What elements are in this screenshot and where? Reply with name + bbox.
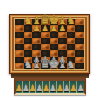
square-f7[interactable]: ♟ bbox=[58, 25, 67, 31]
gold-pawn-c7[interactable]: ♟ bbox=[33, 25, 40, 33]
silver-knight-g1[interactable]: ♞ bbox=[67, 60, 76, 70]
chess-board[interactable]: ♞♝♛♚♝♞♟♟♟♟♟♟♟♟♞♝♛♚♝♞ bbox=[14, 18, 85, 70]
square-f1[interactable]: ♝ bbox=[58, 63, 67, 69]
drawer-slot-10[interactable]: ♟ bbox=[77, 81, 84, 93]
drawer-slot-8[interactable]: ♟ bbox=[64, 81, 71, 93]
square-h1[interactable] bbox=[75, 63, 84, 69]
drawer-slots: ♟♟♟♟♟♟♟♟♟♟ bbox=[16, 81, 84, 93]
drawer-slot-5[interactable]: ♟ bbox=[43, 81, 50, 93]
drawer-slot-9[interactable]: ♟ bbox=[70, 81, 77, 93]
drawer-slot-2[interactable]: ♟ bbox=[23, 81, 30, 93]
drawer-piece-silver: ♟ bbox=[64, 84, 71, 93]
square-g1[interactable]: ♞ bbox=[67, 63, 76, 69]
drawer-slot-7[interactable]: ♟ bbox=[57, 81, 64, 93]
gold-pawn-e7[interactable]: ♟ bbox=[50, 25, 57, 33]
drawer-piece-gold: ♟ bbox=[43, 84, 50, 93]
board-frame: ♞♝♛♚♝♞♟♟♟♟♟♟♟♟♞♝♛♚♝♞ bbox=[9, 14, 90, 74]
drawer-piece-gold: ♟ bbox=[70, 84, 77, 93]
drawer-piece-silver: ♟ bbox=[77, 84, 84, 93]
drawer-slot-1[interactable]: ♟ bbox=[16, 81, 23, 93]
square-e7[interactable]: ♟ bbox=[50, 25, 59, 31]
square-c7[interactable]: ♟ bbox=[32, 25, 41, 31]
gold-pawn-f7[interactable]: ♟ bbox=[59, 25, 66, 33]
drawer-slot-3[interactable]: ♟ bbox=[30, 81, 37, 93]
gold-pawn-d7[interactable]: ♟ bbox=[42, 25, 49, 33]
drawer-piece-silver: ♟ bbox=[50, 84, 57, 93]
square-a1[interactable] bbox=[15, 63, 24, 69]
drawer-piece-gold: ♟ bbox=[30, 84, 37, 93]
drawer-piece-gold: ♟ bbox=[57, 84, 64, 93]
drawer-piece-gold: ♟ bbox=[16, 84, 23, 93]
drawer-slot-6[interactable]: ♟ bbox=[50, 81, 57, 93]
drawer-slot-4[interactable]: ♟ bbox=[36, 81, 43, 93]
square-d7[interactable]: ♟ bbox=[41, 25, 50, 31]
gold-knight-g8[interactable]: ♞ bbox=[67, 16, 76, 26]
drawer-piece-silver: ♟ bbox=[36, 84, 43, 93]
piece-storage-drawer[interactable]: ♟♟♟♟♟♟♟♟♟♟ bbox=[14, 78, 86, 95]
drawer-piece-silver: ♟ bbox=[23, 84, 30, 93]
square-g8[interactable]: ♞ bbox=[67, 19, 76, 25]
chess-set-photo: ♞♝♛♚♝♞♟♟♟♟♟♟♟♟♞♝♛♚♝♞ ♟♟♟♟♟♟♟♟♟♟ bbox=[0, 0, 100, 100]
